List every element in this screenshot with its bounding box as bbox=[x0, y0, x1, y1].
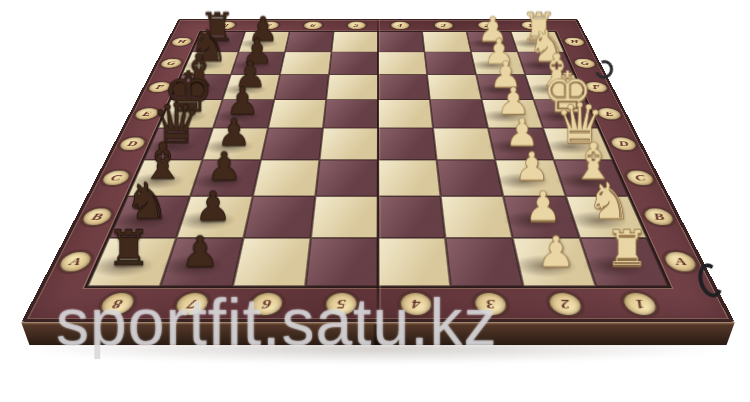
white-knight-glyph: ♞ bbox=[576, 176, 642, 226]
square-b5 bbox=[311, 196, 378, 238]
square-g3 bbox=[425, 52, 477, 75]
black-rook-glyph: ♜ bbox=[93, 224, 164, 273]
white-pawn-glyph: ♟ bbox=[510, 186, 576, 227]
square-a5 bbox=[305, 238, 378, 286]
square-e3 bbox=[430, 100, 488, 128]
square-f3 bbox=[427, 75, 482, 100]
square-g5 bbox=[329, 52, 378, 75]
square-a3 bbox=[445, 238, 523, 286]
square-f5 bbox=[326, 75, 378, 100]
coordinate-label-4: 4 bbox=[390, 21, 409, 29]
white-pawn-glyph: ♟ bbox=[520, 230, 591, 273]
square-d5 bbox=[319, 128, 378, 160]
square-d4 bbox=[378, 128, 437, 160]
square-g6 bbox=[280, 52, 332, 75]
square-f6 bbox=[274, 75, 329, 100]
square-g4 bbox=[378, 52, 427, 75]
black-pawn-glyph: ♟ bbox=[180, 186, 246, 227]
coordinate-label-5: 5 bbox=[346, 21, 365, 29]
watermark: sportfit.satu.kz bbox=[56, 284, 498, 360]
square-e6 bbox=[268, 100, 326, 128]
coordinate-label-6: 6 bbox=[302, 21, 322, 29]
square-h5 bbox=[331, 32, 378, 52]
black-knight-glyph: ♞ bbox=[114, 176, 180, 226]
piece-white-pawn-a2: ♟ bbox=[512, 238, 595, 286]
coordinate-label-2: 2 bbox=[545, 292, 584, 316]
square-d6 bbox=[261, 128, 323, 160]
coordinate-label-3: 3 bbox=[433, 21, 453, 29]
square-c4 bbox=[378, 160, 441, 196]
square-b6 bbox=[244, 196, 316, 238]
coordinate-label-a: A bbox=[660, 251, 701, 272]
white-rook-glyph: ♜ bbox=[592, 224, 663, 273]
piece-white-rook-a1: ♜ bbox=[580, 238, 669, 286]
square-e5 bbox=[323, 100, 378, 128]
white-pawn-glyph: ♟ bbox=[501, 147, 563, 186]
square-e4 bbox=[378, 100, 433, 128]
square-f4 bbox=[378, 75, 430, 100]
square-h6 bbox=[285, 32, 334, 52]
square-c6 bbox=[253, 160, 320, 196]
square-h4 bbox=[378, 32, 425, 52]
square-a4 bbox=[378, 238, 451, 286]
square-d3 bbox=[433, 128, 495, 160]
square-c3 bbox=[437, 160, 504, 196]
product-photo-chess-set: 87654321 87654321 HGFEDCBA HGFEDCBA ♜♞♝♛… bbox=[0, 0, 750, 402]
coordinate-label-1: 1 bbox=[618, 292, 660, 316]
chess-board: 87654321 87654321 HGFEDCBA HGFEDCBA ♜♞♝♛… bbox=[21, 19, 735, 322]
square-b4 bbox=[378, 196, 445, 238]
black-pawn-glyph: ♟ bbox=[193, 147, 255, 186]
square-c5 bbox=[315, 160, 378, 196]
black-pawn-glyph: ♟ bbox=[164, 230, 235, 273]
piece-black-pawn-a7: ♟ bbox=[160, 238, 243, 286]
square-a6 bbox=[233, 238, 311, 286]
